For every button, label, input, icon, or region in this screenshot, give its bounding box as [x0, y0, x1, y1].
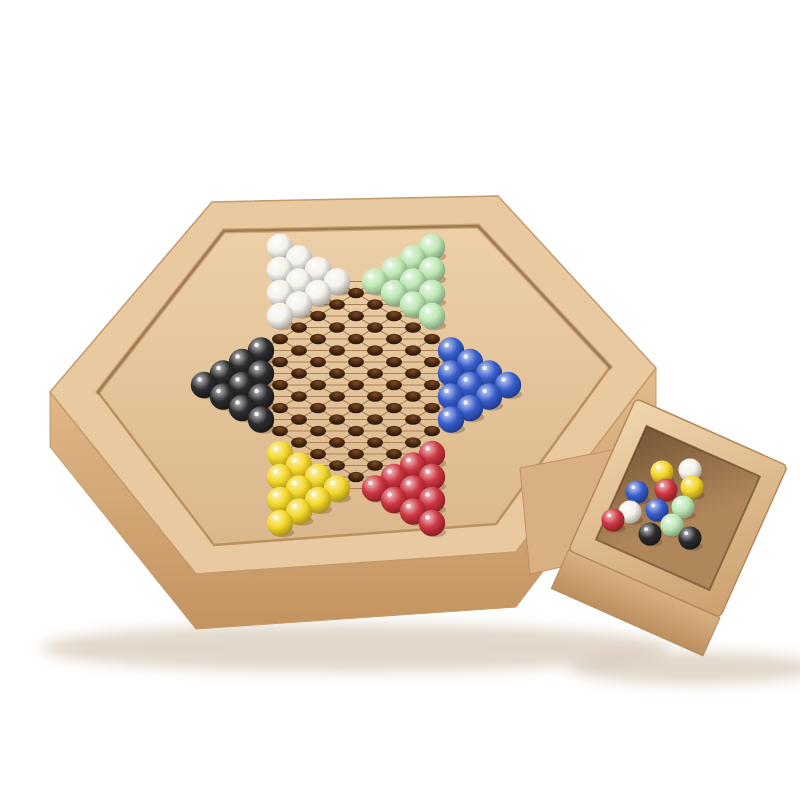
hole-empty[interactable] — [386, 426, 402, 436]
product-photo — [0, 0, 800, 800]
hole-empty[interactable] — [310, 403, 326, 413]
hole-empty[interactable] — [310, 357, 326, 367]
hole-empty[interactable] — [424, 334, 440, 344]
hole-empty[interactable] — [386, 334, 402, 344]
hole-empty[interactable] — [367, 368, 383, 378]
hole-empty[interactable] — [386, 449, 402, 459]
hole-empty[interactable] — [310, 380, 326, 390]
scene-svg — [0, 0, 800, 800]
hole-empty[interactable] — [329, 345, 345, 355]
hole-empty[interactable] — [291, 368, 307, 378]
hole-empty[interactable] — [310, 426, 326, 436]
hole-empty[interactable] — [348, 334, 364, 344]
hole-empty[interactable] — [329, 414, 345, 424]
hole-empty[interactable] — [405, 345, 421, 355]
hole-empty[interactable] — [386, 403, 402, 413]
hole-empty[interactable] — [367, 460, 383, 470]
hole-empty[interactable] — [367, 322, 383, 332]
hole-empty[interactable] — [329, 391, 345, 401]
hole-empty[interactable] — [367, 299, 383, 309]
hole-empty[interactable] — [272, 334, 288, 344]
hole-empty[interactable] — [348, 311, 364, 321]
hole-empty[interactable] — [367, 391, 383, 401]
hole-empty[interactable] — [367, 345, 383, 355]
hole-empty[interactable] — [405, 414, 421, 424]
hole-empty[interactable] — [405, 437, 421, 447]
hole-empty[interactable] — [405, 391, 421, 401]
hole-empty[interactable] — [424, 403, 440, 413]
hole-empty[interactable] — [348, 380, 364, 390]
hole-empty[interactable] — [310, 334, 326, 344]
hole-empty[interactable] — [329, 437, 345, 447]
hole-empty[interactable] — [291, 437, 307, 447]
hole-empty[interactable] — [348, 426, 364, 436]
hole-empty[interactable] — [329, 460, 345, 470]
hole-empty[interactable] — [424, 426, 440, 436]
hole-empty[interactable] — [329, 368, 345, 378]
hole-empty[interactable] — [310, 449, 326, 459]
hole-empty[interactable] — [386, 380, 402, 390]
hole-empty[interactable] — [348, 357, 364, 367]
hole-empty[interactable] — [424, 380, 440, 390]
hole-empty[interactable] — [405, 322, 421, 332]
hole-empty[interactable] — [348, 472, 364, 482]
hole-empty[interactable] — [405, 368, 421, 378]
hole-empty[interactable] — [291, 414, 307, 424]
hole-empty[interactable] — [348, 449, 364, 459]
hole-empty[interactable] — [386, 357, 402, 367]
hole-empty[interactable] — [348, 403, 364, 413]
hole-empty[interactable] — [386, 311, 402, 321]
hole-empty[interactable] — [329, 322, 345, 332]
hole-empty[interactable] — [291, 345, 307, 355]
hole-empty[interactable] — [291, 391, 307, 401]
hole-empty[interactable] — [424, 357, 440, 367]
hole-empty[interactable] — [367, 437, 383, 447]
hole-empty[interactable] — [367, 414, 383, 424]
